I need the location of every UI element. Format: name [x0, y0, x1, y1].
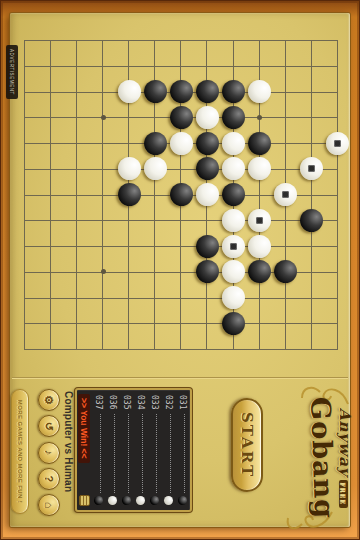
stone-black — [196, 80, 219, 103]
winning-stone-marker — [282, 191, 289, 198]
stone-white — [170, 132, 193, 155]
move-stone-black-icon — [179, 496, 188, 505]
undo-button[interactable]: ↺ — [38, 415, 60, 437]
home-icon: ⌂ — [43, 502, 55, 509]
stone-black — [300, 209, 323, 232]
stone-white — [222, 235, 245, 258]
move-list-row: 035 — [120, 390, 134, 510]
toolbar-buttons: ⚙↺♪?⌂ — [38, 389, 60, 516]
grid-line — [24, 323, 338, 324]
move-row-dots — [114, 414, 115, 493]
board-grid[interactable] — [24, 40, 338, 350]
win-message: >> You Win! << — [79, 394, 91, 463]
move-list-row: 037 — [92, 390, 106, 510]
move-list-row: 032 — [162, 390, 176, 510]
undo-icon: ↺ — [43, 422, 56, 431]
stone-black — [118, 183, 141, 206]
star-point — [101, 269, 106, 274]
stone-black — [222, 80, 245, 103]
stone-white — [300, 157, 323, 180]
stone-white — [222, 260, 245, 283]
ad-badge[interactable]: ADVERTISEMENT — [6, 45, 18, 99]
move-stone-white-icon — [109, 496, 118, 505]
stone-black — [248, 132, 271, 155]
stone-black — [222, 183, 245, 206]
move-number: 035 — [123, 395, 132, 412]
stone-white — [222, 132, 245, 155]
stone-white — [118, 80, 141, 103]
settings-icon: ⚙ — [43, 395, 56, 405]
move-stone-white-icon — [165, 496, 174, 505]
home-button[interactable]: ⌂ — [38, 494, 60, 516]
move-row-dots — [170, 414, 171, 493]
logo-script-text: Anyway — [336, 408, 354, 477]
start-button-label: START — [238, 412, 256, 478]
stone-white — [196, 183, 219, 206]
help-button[interactable]: ? — [38, 468, 60, 490]
move-list-row: 034 — [134, 390, 148, 510]
stone-white — [196, 106, 219, 129]
move-number: 036 — [109, 395, 118, 412]
stone-white — [118, 157, 141, 180]
stone-black — [222, 106, 245, 129]
grid-line — [24, 349, 338, 350]
move-list-row: 031 — [176, 390, 190, 510]
stone-black — [196, 132, 219, 155]
sound-button[interactable]: ♪ — [38, 442, 60, 464]
stone-black — [170, 183, 193, 206]
stone-black — [144, 80, 167, 103]
stone-white — [248, 209, 271, 232]
logo-title-text: Gobang — [305, 384, 338, 533]
stone-white — [222, 157, 245, 180]
move-number: 031 — [179, 395, 188, 412]
more-games-banner[interactable]: MORE GAMES AND MORE FUN ! — [11, 389, 29, 514]
stone-white — [248, 157, 271, 180]
grid-line — [50, 40, 51, 350]
start-button[interactable]: START — [231, 398, 263, 492]
stone-black — [196, 235, 219, 258]
ad-badge-label: ADVERTISEMENT — [10, 49, 15, 95]
stone-white — [327, 132, 350, 155]
move-row-dots — [100, 414, 101, 493]
move-stone-black-icon — [95, 496, 104, 505]
move-number: 032 — [165, 395, 174, 412]
winning-stone-marker — [230, 243, 237, 250]
stone-black — [170, 80, 193, 103]
move-list-row: 036 — [106, 390, 120, 510]
grid-line — [24, 298, 338, 299]
winning-stone-marker — [256, 217, 263, 224]
scroll-grip-icon[interactable] — [79, 495, 90, 506]
winning-stone-marker — [335, 140, 342, 147]
move-number: 034 — [137, 395, 146, 412]
move-row-dots — [142, 414, 143, 493]
star-point — [257, 115, 262, 120]
stone-black — [170, 106, 193, 129]
stone-white — [144, 157, 167, 180]
settings-button[interactable]: ⚙ — [38, 389, 60, 411]
landscape-stage: AnywayFREE Gobang START 0310320330340350… — [0, 0, 360, 540]
grid-line — [102, 40, 103, 350]
move-stone-white-icon — [137, 496, 146, 505]
grid-line — [24, 220, 338, 221]
grid-line — [24, 246, 338, 247]
move-number: 037 — [95, 395, 104, 412]
star-point — [101, 115, 106, 120]
stone-black — [144, 132, 167, 155]
stone-black — [248, 260, 271, 283]
sound-icon: ♪ — [43, 450, 55, 456]
stone-white — [274, 183, 297, 206]
app-screen: AnywayFREE Gobang START 0310320330340350… — [0, 0, 360, 540]
app-logo: AnywayFREE Gobang — [308, 384, 354, 532]
stone-black — [196, 260, 219, 283]
stone-black — [196, 157, 219, 180]
sidebar-divider-highlight — [12, 378, 348, 379]
stone-white — [222, 286, 245, 309]
more-games-banner-label: MORE GAMES AND MORE FUN ! — [17, 400, 23, 503]
move-row-dots — [184, 414, 185, 493]
move-list-rows: 031032033034035036037 — [92, 390, 190, 510]
move-stone-black-icon — [151, 496, 160, 505]
move-row-dots — [128, 414, 129, 493]
game-mode-label: Computer vs Human — [63, 391, 74, 492]
move-list-message-row: >> You Win! << — [77, 390, 92, 510]
move-list-panel: 031032033034035036037 >> You Win! << — [75, 388, 192, 512]
logo-free-badge: FREE — [339, 480, 348, 508]
stone-black — [274, 260, 297, 283]
move-stone-black-icon — [123, 496, 132, 505]
grid-line — [76, 40, 77, 350]
move-row-dots — [156, 414, 157, 493]
move-list-row: 033 — [148, 390, 162, 510]
move-number: 033 — [151, 395, 160, 412]
grid-line — [24, 40, 25, 350]
help-icon: ? — [43, 475, 55, 482]
stone-white — [222, 209, 245, 232]
stone-black — [222, 312, 245, 335]
winning-stone-marker — [308, 165, 315, 172]
stone-white — [248, 80, 271, 103]
stone-white — [248, 235, 271, 258]
